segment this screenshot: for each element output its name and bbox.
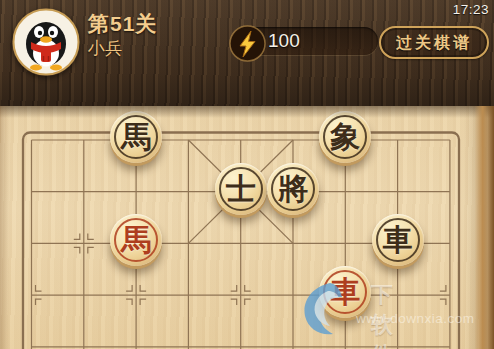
qq-penguin-icon — [12, 8, 80, 76]
piece-red-chariot[interactable]: 車 — [319, 266, 371, 318]
board-right-edge — [464, 106, 494, 349]
player-name: 小兵 — [88, 37, 122, 60]
piece-black-advisor[interactable]: 士 — [215, 163, 267, 215]
piece-black-general[interactable]: 將 — [267, 163, 319, 215]
black-elephant-glyph: 象 — [319, 111, 371, 163]
black-horse-glyph: 馬 — [110, 111, 162, 163]
header-shadow — [0, 106, 494, 118]
red-chariot-glyph: 車 — [319, 266, 371, 318]
energy-value: 100 — [268, 27, 300, 55]
clock: 17:23 — [453, 2, 489, 17]
piece-red-horse[interactable]: 馬 — [110, 214, 162, 266]
game-screen: 馬象士將馬車車 第51关 小兵 — [0, 0, 494, 349]
lightning-bolt-icon — [229, 25, 266, 62]
level-label: 第51关 — [88, 10, 157, 38]
black-advisor-glyph: 士 — [215, 163, 267, 215]
piece-black-elephant[interactable]: 象 — [319, 111, 371, 163]
black-chariot-glyph: 車 — [372, 214, 424, 266]
player-avatar[interactable] — [12, 8, 80, 76]
red-horse-glyph: 馬 — [110, 214, 162, 266]
black-general-glyph: 將 — [267, 163, 319, 215]
header-bar: 第51关 小兵 100 过关棋谱 17:23 — [0, 0, 494, 106]
board-left-edge — [0, 106, 9, 349]
piece-black-chariot[interactable]: 車 — [372, 214, 424, 266]
piece-black-horse[interactable]: 馬 — [110, 111, 162, 163]
record-button[interactable]: 过关棋谱 — [379, 26, 489, 59]
